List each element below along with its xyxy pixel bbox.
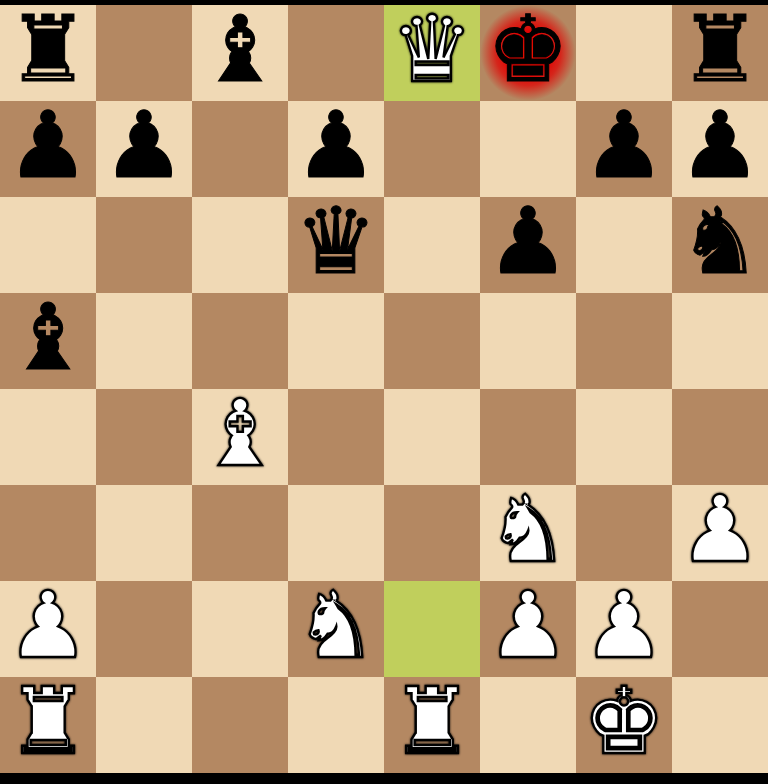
square-b6[interactable] — [96, 197, 192, 293]
white-pawn[interactable]: ♟ — [583, 578, 665, 674]
white-bishop[interactable]: ♝ — [199, 386, 281, 482]
square-f5[interactable] — [480, 293, 576, 389]
square-h3[interactable]: ♟ — [672, 485, 768, 581]
square-g5[interactable] — [576, 293, 672, 389]
square-b7[interactable]: ♟ — [96, 101, 192, 197]
white-pawn[interactable]: ♟ — [487, 578, 569, 674]
square-d4[interactable] — [288, 389, 384, 485]
black-pawn[interactable]: ♟ — [583, 98, 665, 194]
square-d3[interactable] — [288, 485, 384, 581]
white-rook[interactable]: ♜ — [391, 674, 473, 770]
black-pawn[interactable]: ♟ — [295, 98, 377, 194]
black-bishop[interactable]: ♝ — [7, 290, 89, 386]
square-c8[interactable]: ♝ — [192, 5, 288, 101]
square-a5[interactable]: ♝ — [0, 293, 96, 389]
square-b1[interactable] — [96, 677, 192, 773]
square-f1[interactable] — [480, 677, 576, 773]
white-pawn[interactable]: ♟ — [7, 578, 89, 674]
square-c3[interactable] — [192, 485, 288, 581]
square-c2[interactable] — [192, 581, 288, 677]
square-e8[interactable]: ♛ — [384, 5, 480, 101]
square-c7[interactable] — [192, 101, 288, 197]
square-h8[interactable]: ♜ — [672, 5, 768, 101]
square-a2[interactable]: ♟ — [0, 581, 96, 677]
square-f6[interactable]: ♟ — [480, 197, 576, 293]
white-king[interactable]: ♚ — [583, 674, 665, 770]
square-e3[interactable] — [384, 485, 480, 581]
square-d1[interactable] — [288, 677, 384, 773]
chess-board: ♜♝♛♚♜♟♟♟♟♟♛♟♞♝♝♞♟♟♞♟♟♜♜♚ — [0, 5, 768, 773]
square-b2[interactable] — [96, 581, 192, 677]
square-g6[interactable] — [576, 197, 672, 293]
square-d6[interactable]: ♛ — [288, 197, 384, 293]
square-e7[interactable] — [384, 101, 480, 197]
white-rook[interactable]: ♜ — [7, 674, 89, 770]
white-knight[interactable]: ♞ — [487, 482, 569, 578]
black-pawn[interactable]: ♟ — [7, 98, 89, 194]
black-queen[interactable]: ♛ — [295, 194, 377, 290]
square-a3[interactable] — [0, 485, 96, 581]
square-e2[interactable] — [384, 581, 480, 677]
black-knight[interactable]: ♞ — [679, 194, 761, 290]
square-h4[interactable] — [672, 389, 768, 485]
square-a7[interactable]: ♟ — [0, 101, 96, 197]
square-e6[interactable] — [384, 197, 480, 293]
square-f3[interactable]: ♞ — [480, 485, 576, 581]
black-rook[interactable]: ♜ — [679, 2, 761, 98]
square-d2[interactable]: ♞ — [288, 581, 384, 677]
square-c1[interactable] — [192, 677, 288, 773]
square-f2[interactable]: ♟ — [480, 581, 576, 677]
square-b5[interactable] — [96, 293, 192, 389]
square-a1[interactable]: ♜ — [0, 677, 96, 773]
square-g1[interactable]: ♚ — [576, 677, 672, 773]
square-e4[interactable] — [384, 389, 480, 485]
square-g3[interactable] — [576, 485, 672, 581]
square-a6[interactable] — [0, 197, 96, 293]
square-e5[interactable] — [384, 293, 480, 389]
square-b4[interactable] — [96, 389, 192, 485]
black-rook[interactable]: ♜ — [7, 2, 89, 98]
square-f8[interactable]: ♚ — [480, 5, 576, 101]
white-queen[interactable]: ♛ — [391, 2, 473, 98]
square-c6[interactable] — [192, 197, 288, 293]
square-g8[interactable] — [576, 5, 672, 101]
square-g4[interactable] — [576, 389, 672, 485]
square-h7[interactable]: ♟ — [672, 101, 768, 197]
black-bishop[interactable]: ♝ — [199, 2, 281, 98]
square-g7[interactable]: ♟ — [576, 101, 672, 197]
square-b3[interactable] — [96, 485, 192, 581]
square-h1[interactable] — [672, 677, 768, 773]
black-pawn[interactable]: ♟ — [103, 98, 185, 194]
white-knight[interactable]: ♞ — [295, 578, 377, 674]
black-pawn[interactable]: ♟ — [487, 194, 569, 290]
square-h6[interactable]: ♞ — [672, 197, 768, 293]
square-a8[interactable]: ♜ — [0, 5, 96, 101]
square-c4[interactable]: ♝ — [192, 389, 288, 485]
square-g2[interactable]: ♟ — [576, 581, 672, 677]
square-d5[interactable] — [288, 293, 384, 389]
square-e1[interactable]: ♜ — [384, 677, 480, 773]
square-c5[interactable] — [192, 293, 288, 389]
black-king[interactable]: ♚ — [487, 2, 569, 98]
board-frame: ♜♝♛♚♜♟♟♟♟♟♛♟♞♝♝♞♟♟♞♟♟♜♜♚ — [0, 0, 768, 784]
square-a4[interactable] — [0, 389, 96, 485]
black-pawn[interactable]: ♟ — [679, 98, 761, 194]
white-pawn[interactable]: ♟ — [679, 482, 761, 578]
square-h2[interactable] — [672, 581, 768, 677]
square-b8[interactable] — [96, 5, 192, 101]
square-h5[interactable] — [672, 293, 768, 389]
square-d8[interactable] — [288, 5, 384, 101]
square-f7[interactable] — [480, 101, 576, 197]
square-d7[interactable]: ♟ — [288, 101, 384, 197]
square-f4[interactable] — [480, 389, 576, 485]
